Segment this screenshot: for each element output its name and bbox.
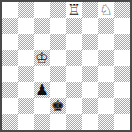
- white-knight: ♘: [99, 2, 112, 18]
- square-b6[interactable]: [18, 34, 34, 50]
- square-e1[interactable]: [66, 114, 82, 130]
- square-g3[interactable]: [98, 82, 114, 98]
- chess-board-frame: ♖♘♔♟♚: [0, 0, 132, 132]
- square-b5[interactable]: [18, 50, 34, 66]
- square-c4[interactable]: [34, 66, 50, 82]
- square-f6[interactable]: [82, 34, 98, 50]
- square-e6[interactable]: [66, 34, 82, 50]
- square-g5[interactable]: [98, 50, 114, 66]
- square-f4[interactable]: [82, 66, 98, 82]
- square-b8[interactable]: [18, 2, 34, 18]
- square-g2[interactable]: [98, 98, 114, 114]
- square-c3[interactable]: ♟: [34, 82, 50, 98]
- square-h2[interactable]: [114, 98, 130, 114]
- square-d5[interactable]: [50, 50, 66, 66]
- square-a2[interactable]: [2, 98, 18, 114]
- square-a7[interactable]: [2, 18, 18, 34]
- black-pawn: ♟: [35, 82, 48, 98]
- square-a6[interactable]: [2, 34, 18, 50]
- square-c1[interactable]: [34, 114, 50, 130]
- square-g7[interactable]: [98, 18, 114, 34]
- square-h6[interactable]: [114, 34, 130, 50]
- square-a8[interactable]: [2, 2, 18, 18]
- square-c6[interactable]: [34, 34, 50, 50]
- square-h5[interactable]: [114, 50, 130, 66]
- square-a1[interactable]: [2, 114, 18, 130]
- square-b4[interactable]: [18, 66, 34, 82]
- square-c5[interactable]: ♔: [34, 50, 50, 66]
- square-c2[interactable]: [34, 98, 50, 114]
- square-d4[interactable]: [50, 66, 66, 82]
- square-f2[interactable]: [82, 98, 98, 114]
- square-f5[interactable]: [82, 50, 98, 66]
- white-rook: ♖: [67, 2, 80, 18]
- square-h8[interactable]: [114, 2, 130, 18]
- square-f1[interactable]: [82, 114, 98, 130]
- square-b7[interactable]: [18, 18, 34, 34]
- square-e7[interactable]: [66, 18, 82, 34]
- square-d2[interactable]: ♚: [50, 98, 66, 114]
- square-f3[interactable]: [82, 82, 98, 98]
- square-d3[interactable]: [50, 82, 66, 98]
- square-g1[interactable]: [98, 114, 114, 130]
- square-d6[interactable]: [50, 34, 66, 50]
- square-g8[interactable]: ♘: [98, 2, 114, 18]
- square-b2[interactable]: [18, 98, 34, 114]
- square-d1[interactable]: [50, 114, 66, 130]
- square-h7[interactable]: [114, 18, 130, 34]
- square-c7[interactable]: [34, 18, 50, 34]
- square-b1[interactable]: [18, 114, 34, 130]
- square-a5[interactable]: [2, 50, 18, 66]
- square-e4[interactable]: [66, 66, 82, 82]
- square-h4[interactable]: [114, 66, 130, 82]
- square-b3[interactable]: [18, 82, 34, 98]
- square-a4[interactable]: [2, 66, 18, 82]
- square-g6[interactable]: [98, 34, 114, 50]
- square-a3[interactable]: [2, 82, 18, 98]
- square-e8[interactable]: ♖: [66, 2, 82, 18]
- square-e5[interactable]: [66, 50, 82, 66]
- square-e2[interactable]: [66, 98, 82, 114]
- square-h1[interactable]: [114, 114, 130, 130]
- square-h3[interactable]: [114, 82, 130, 98]
- square-g4[interactable]: [98, 66, 114, 82]
- square-e3[interactable]: [66, 82, 82, 98]
- square-c8[interactable]: [34, 2, 50, 18]
- white-king: ♔: [35, 50, 48, 66]
- square-f8[interactable]: [82, 2, 98, 18]
- square-f7[interactable]: [82, 18, 98, 34]
- black-king: ♚: [51, 98, 64, 114]
- square-d7[interactable]: [50, 18, 66, 34]
- square-d8[interactable]: [50, 2, 66, 18]
- chess-board: ♖♘♔♟♚: [2, 2, 130, 130]
